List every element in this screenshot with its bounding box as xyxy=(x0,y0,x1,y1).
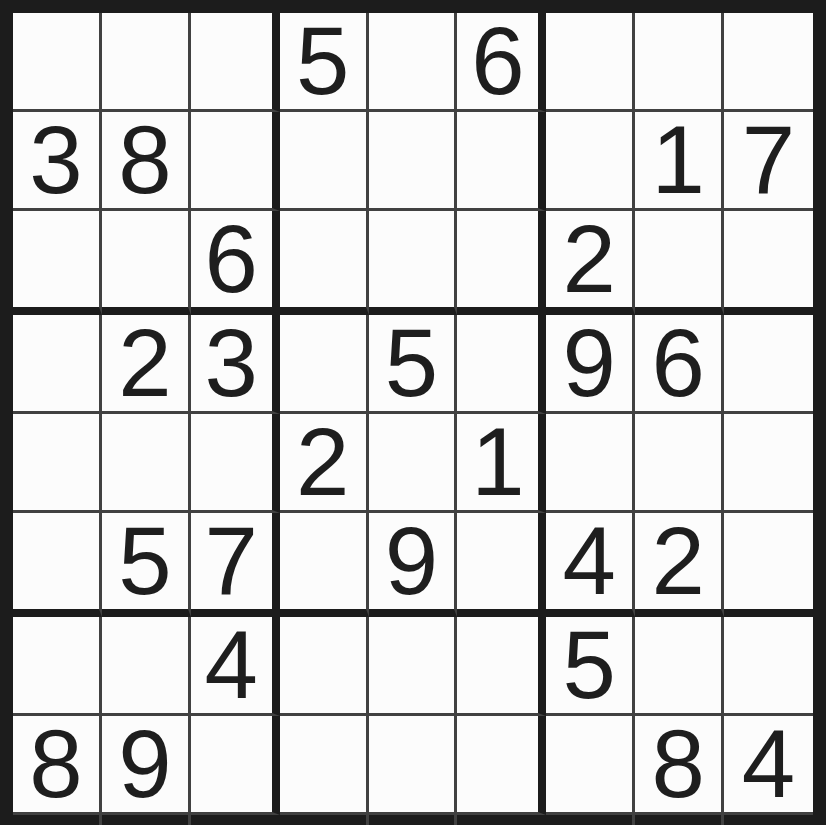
sudoku-cell[interactable] xyxy=(102,414,191,513)
sudoku-cell[interactable]: 2 xyxy=(102,315,191,414)
sudoku-cell[interactable]: 8 xyxy=(13,716,102,815)
sudoku-cell[interactable] xyxy=(724,315,813,414)
sudoku-cell[interactable]: 7 xyxy=(724,112,813,211)
sudoku-cell[interactable] xyxy=(280,112,369,211)
sudoku-cell[interactable] xyxy=(457,513,546,617)
cell-digit: 8 xyxy=(118,112,171,208)
sudoku-cell[interactable]: 5 xyxy=(280,13,369,112)
sudoku-cell[interactable]: 2 xyxy=(280,414,369,513)
sudoku-cell[interactable] xyxy=(280,513,369,617)
sudoku-cell[interactable] xyxy=(635,414,724,513)
sudoku-cell[interactable]: 4 xyxy=(724,716,813,815)
sudoku-cell[interactable] xyxy=(13,13,102,112)
cell-digit: 4 xyxy=(205,617,258,713)
sudoku-cell[interactable] xyxy=(369,617,458,716)
sudoku-cell[interactable]: 2 xyxy=(546,211,635,315)
cell-digit: 3 xyxy=(205,315,258,411)
cell-digit: 5 xyxy=(385,315,438,411)
cell-digit: 8 xyxy=(651,716,704,812)
sudoku-cell[interactable] xyxy=(546,716,635,815)
sudoku-cell[interactable] xyxy=(369,815,458,825)
cell-digit: 6 xyxy=(651,315,704,411)
sudoku-cell[interactable]: 6 xyxy=(457,13,546,112)
sudoku-cell[interactable] xyxy=(102,815,191,825)
sudoku-cell[interactable]: 4 xyxy=(191,617,280,716)
cell-digit: 4 xyxy=(296,815,349,825)
cell-digit: 9 xyxy=(385,513,438,609)
sudoku-cell[interactable] xyxy=(457,716,546,815)
sudoku-cell[interactable] xyxy=(13,414,102,513)
sudoku-cell[interactable]: 2 xyxy=(635,513,724,617)
sudoku-cell[interactable]: 5 xyxy=(369,315,458,414)
sudoku-cell[interactable] xyxy=(724,414,813,513)
sudoku-cell[interactable]: 9 xyxy=(102,716,191,815)
sudoku-cell[interactable]: 9 xyxy=(546,315,635,414)
sudoku-cell[interactable] xyxy=(13,315,102,414)
sudoku-cell[interactable] xyxy=(102,617,191,716)
cell-digit: 1 xyxy=(651,112,704,208)
sudoku-cell[interactable] xyxy=(191,716,280,815)
sudoku-cell[interactable] xyxy=(280,315,369,414)
cell-digit: 4 xyxy=(742,716,795,812)
sudoku-cell[interactable] xyxy=(724,13,813,112)
sudoku-cell[interactable] xyxy=(635,617,724,716)
sudoku-cell[interactable] xyxy=(724,211,813,315)
sudoku-board: 5638176223596215794245898443 xyxy=(0,0,826,825)
sudoku-cell[interactable] xyxy=(369,211,458,315)
sudoku-cell[interactable] xyxy=(191,13,280,112)
sudoku-cell[interactable] xyxy=(457,617,546,716)
sudoku-cell[interactable]: 3 xyxy=(13,112,102,211)
cell-digit: 4 xyxy=(563,513,616,609)
sudoku-cell[interactable] xyxy=(280,211,369,315)
cell-digit: 8 xyxy=(29,716,82,812)
sudoku-cell[interactable] xyxy=(191,414,280,513)
sudoku-cell[interactable] xyxy=(546,112,635,211)
sudoku-cell[interactable]: 4 xyxy=(280,815,369,825)
sudoku-cell[interactable] xyxy=(191,112,280,211)
sudoku-cell[interactable] xyxy=(635,13,724,112)
cell-digit: 2 xyxy=(118,315,171,411)
sudoku-cell[interactable] xyxy=(457,315,546,414)
sudoku-cell[interactable] xyxy=(280,617,369,716)
sudoku-cell[interactable] xyxy=(457,112,546,211)
sudoku-cell[interactable]: 5 xyxy=(546,617,635,716)
cell-digit: 2 xyxy=(296,414,349,510)
cell-digit: 6 xyxy=(205,211,258,307)
sudoku-cell[interactable]: 8 xyxy=(635,716,724,815)
sudoku-cell[interactable]: 6 xyxy=(191,211,280,315)
cell-digit: 1 xyxy=(471,414,524,510)
sudoku-cell[interactable]: 1 xyxy=(457,414,546,513)
sudoku-cell[interactable] xyxy=(635,211,724,315)
sudoku-cell[interactable] xyxy=(191,815,280,825)
cell-digit: 3 xyxy=(471,815,524,825)
sudoku-cell[interactable] xyxy=(369,13,458,112)
sudoku-cell[interactable]: 9 xyxy=(369,513,458,617)
sudoku-cell[interactable] xyxy=(13,617,102,716)
sudoku-cell[interactable] xyxy=(102,13,191,112)
sudoku-cell[interactable] xyxy=(369,414,458,513)
sudoku-cell[interactable] xyxy=(724,815,813,825)
cell-digit: 3 xyxy=(29,112,82,208)
sudoku-cell[interactable] xyxy=(724,513,813,617)
sudoku-cell[interactable] xyxy=(102,211,191,315)
sudoku-cell[interactable]: 3 xyxy=(457,815,546,825)
sudoku-cell[interactable] xyxy=(369,716,458,815)
sudoku-cell[interactable] xyxy=(457,211,546,315)
sudoku-cell[interactable] xyxy=(546,13,635,112)
sudoku-cell[interactable] xyxy=(369,112,458,211)
cell-digit: 5 xyxy=(296,13,349,109)
sudoku-cell[interactable]: 8 xyxy=(102,112,191,211)
sudoku-cell[interactable] xyxy=(546,414,635,513)
sudoku-cell[interactable]: 1 xyxy=(635,112,724,211)
cell-digit: 5 xyxy=(563,617,616,713)
sudoku-cell[interactable] xyxy=(546,815,635,825)
cell-digit: 9 xyxy=(118,716,171,812)
sudoku-cell[interactable]: 4 xyxy=(546,513,635,617)
cell-digit: 2 xyxy=(651,513,704,609)
sudoku-cell[interactable] xyxy=(280,716,369,815)
cell-digit: 7 xyxy=(205,513,258,609)
sudoku-cell[interactable] xyxy=(13,513,102,617)
cell-digit: 7 xyxy=(742,112,795,208)
sudoku-cell[interactable] xyxy=(635,815,724,825)
sudoku-cell[interactable]: 7 xyxy=(191,513,280,617)
sudoku-cell[interactable]: 6 xyxy=(635,315,724,414)
sudoku-cell[interactable]: 5 xyxy=(102,513,191,617)
cell-digit: 9 xyxy=(563,315,616,411)
sudoku-cell[interactable] xyxy=(13,211,102,315)
cell-digit: 2 xyxy=(563,211,616,307)
cell-digit: 6 xyxy=(471,13,524,109)
cell-digit: 5 xyxy=(118,513,171,609)
sudoku-cell[interactable] xyxy=(13,815,102,825)
sudoku-cell[interactable] xyxy=(724,617,813,716)
sudoku-cell[interactable]: 3 xyxy=(191,315,280,414)
